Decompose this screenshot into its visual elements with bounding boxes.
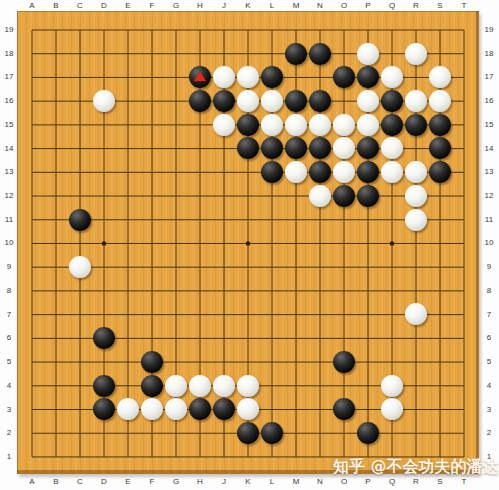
coord-label-left-10: 10 <box>5 239 14 247</box>
coord-label-bottom-E: E <box>125 478 130 486</box>
coord-label-right-5: 5 <box>487 358 491 366</box>
coord-label-top-K: K <box>245 2 250 10</box>
coord-label-right-15: 15 <box>485 121 494 129</box>
black-stone-N18[interactable] <box>309 43 331 65</box>
coord-label-right-19: 19 <box>485 26 494 34</box>
black-stone-H3[interactable] <box>189 398 211 420</box>
last-move-marker-triangle <box>194 71 207 81</box>
black-stone-Q15[interactable] <box>381 114 403 136</box>
black-stone-P12[interactable] <box>357 185 379 207</box>
coord-label-top-J: J <box>222 2 226 10</box>
coord-label-left-13: 13 <box>5 168 14 176</box>
white-stone-C9[interactable] <box>69 256 91 278</box>
coord-label-left-4: 4 <box>7 382 11 390</box>
coord-label-top-B: B <box>53 2 58 10</box>
white-stone-Q13[interactable] <box>381 161 403 183</box>
black-stone-J16[interactable] <box>213 90 235 112</box>
coord-label-right-2: 2 <box>487 429 491 437</box>
coord-label-top-G: G <box>173 2 179 10</box>
coord-label-bottom-T: T <box>462 478 467 486</box>
black-stone-L13[interactable] <box>261 161 283 183</box>
white-stone-E3[interactable] <box>117 398 139 420</box>
coord-label-left-2: 2 <box>7 429 11 437</box>
coord-label-bottom-G: G <box>173 478 179 486</box>
coord-label-bottom-M: M <box>293 478 300 486</box>
coord-label-left-6: 6 <box>7 334 11 342</box>
white-stone-K16[interactable] <box>237 90 259 112</box>
coord-label-left-1: 1 <box>7 453 11 461</box>
white-stone-R11[interactable] <box>405 209 427 231</box>
coord-label-right-18: 18 <box>485 50 494 58</box>
white-stone-G4[interactable] <box>165 375 187 397</box>
coord-label-right-4: 4 <box>487 382 491 390</box>
black-stone-K14[interactable] <box>237 137 259 159</box>
white-stone-J17[interactable] <box>213 66 235 88</box>
black-stone-S14[interactable] <box>429 137 451 159</box>
coord-label-right-10: 10 <box>485 239 494 247</box>
black-stone-D4[interactable] <box>93 375 115 397</box>
white-stone-N12[interactable] <box>309 185 331 207</box>
coord-label-right-8: 8 <box>487 287 491 295</box>
coord-label-top-H: H <box>197 2 203 10</box>
coord-label-bottom-C: C <box>77 478 83 486</box>
black-stone-J3[interactable] <box>213 398 235 420</box>
black-stone-O17[interactable] <box>333 66 355 88</box>
go-diagram-screenshot: AABBCCDDEEFFGGHHJJKKLLMMNNOOPPQQRRSSTT19… <box>0 0 499 490</box>
coord-label-right-3: 3 <box>487 406 491 414</box>
coord-label-bottom-N: N <box>317 478 323 486</box>
white-stone-H4[interactable] <box>189 375 211 397</box>
coord-label-bottom-J: J <box>222 478 226 486</box>
coord-label-bottom-A: A <box>29 478 34 486</box>
black-stone-N14[interactable] <box>309 137 331 159</box>
coord-label-top-C: C <box>77 2 83 10</box>
white-stone-R16[interactable] <box>405 90 427 112</box>
stones-layer <box>20 18 476 469</box>
black-stone-H17[interactable] <box>189 66 211 88</box>
coord-label-left-12: 12 <box>5 192 14 200</box>
black-stone-F5[interactable] <box>141 351 163 373</box>
black-stone-P13[interactable] <box>357 161 379 183</box>
go-board[interactable] <box>17 11 479 474</box>
black-stone-L14[interactable] <box>261 137 283 159</box>
coord-label-right-6: 6 <box>487 334 491 342</box>
white-stone-R12[interactable] <box>405 185 427 207</box>
coord-label-left-8: 8 <box>7 287 11 295</box>
white-stone-K17[interactable] <box>237 66 259 88</box>
black-stone-P17[interactable] <box>357 66 379 88</box>
coord-label-bottom-L: L <box>270 478 274 486</box>
white-stone-O15[interactable] <box>333 114 355 136</box>
black-stone-D3[interactable] <box>93 398 115 420</box>
coord-label-left-5: 5 <box>7 358 11 366</box>
coord-label-left-19: 19 <box>5 26 14 34</box>
coord-label-top-L: L <box>270 2 274 10</box>
coord-label-top-T: T <box>462 2 467 10</box>
coord-label-left-16: 16 <box>5 97 14 105</box>
white-stone-G3[interactable] <box>165 398 187 420</box>
black-stone-Q16[interactable] <box>381 90 403 112</box>
coord-label-top-M: M <box>293 2 300 10</box>
black-stone-M14[interactable] <box>285 137 307 159</box>
coord-label-top-O: O <box>341 2 347 10</box>
black-stone-O12[interactable] <box>333 185 355 207</box>
coord-label-left-3: 3 <box>7 406 11 414</box>
coord-label-top-F: F <box>150 2 155 10</box>
coord-label-bottom-H: H <box>197 478 203 486</box>
coord-label-right-12: 12 <box>485 192 494 200</box>
coord-label-right-16: 16 <box>485 97 494 105</box>
white-stone-P16[interactable] <box>357 90 379 112</box>
black-stone-D6[interactable] <box>93 327 115 349</box>
coord-label-right-13: 13 <box>485 168 494 176</box>
white-stone-F3[interactable] <box>141 398 163 420</box>
black-stone-M18[interactable] <box>285 43 307 65</box>
white-stone-L16[interactable] <box>261 90 283 112</box>
white-stone-O13[interactable] <box>333 161 355 183</box>
black-stone-F4[interactable] <box>141 375 163 397</box>
white-stone-R7[interactable] <box>405 303 427 325</box>
black-stone-P2[interactable] <box>357 422 379 444</box>
coord-label-bottom-O: O <box>341 478 347 486</box>
watermark: 知乎 @不会功夫的潘达 <box>333 457 499 478</box>
black-stone-S13[interactable] <box>429 161 451 183</box>
black-stone-P14[interactable] <box>357 137 379 159</box>
coord-label-left-7: 7 <box>7 311 11 319</box>
black-stone-H16[interactable] <box>189 90 211 112</box>
coord-label-bottom-R: R <box>413 478 419 486</box>
coord-label-bottom-K: K <box>245 478 250 486</box>
white-stone-P18[interactable] <box>357 43 379 65</box>
white-stone-S17[interactable] <box>429 66 451 88</box>
white-stone-Q17[interactable] <box>381 66 403 88</box>
coord-label-left-11: 11 <box>5 216 13 224</box>
white-stone-S16[interactable] <box>429 90 451 112</box>
coord-label-bottom-P: P <box>365 478 370 486</box>
white-stone-M13[interactable] <box>285 161 307 183</box>
white-stone-J15[interactable] <box>213 114 235 136</box>
coord-label-top-Q: Q <box>389 2 395 10</box>
black-stone-M16[interactable] <box>285 90 307 112</box>
coord-label-top-D: D <box>101 2 107 10</box>
black-stone-L17[interactable] <box>261 66 283 88</box>
coord-label-right-14: 14 <box>485 145 494 153</box>
white-stone-Q3[interactable] <box>381 398 403 420</box>
coord-label-bottom-D: D <box>101 478 107 486</box>
white-stone-K3[interactable] <box>237 398 259 420</box>
white-stone-O14[interactable] <box>333 137 355 159</box>
black-stone-N13[interactable] <box>309 161 331 183</box>
black-stone-L2[interactable] <box>261 422 283 444</box>
white-stone-R18[interactable] <box>405 43 427 65</box>
coord-label-bottom-Q: Q <box>389 478 395 486</box>
coord-label-top-A: A <box>29 2 34 10</box>
white-stone-L15[interactable] <box>261 114 283 136</box>
coord-label-left-9: 9 <box>7 263 11 271</box>
black-stone-K2[interactable] <box>237 422 259 444</box>
coord-label-bottom-F: F <box>150 478 155 486</box>
black-stone-K15[interactable] <box>237 114 259 136</box>
black-stone-O3[interactable] <box>333 398 355 420</box>
coord-label-left-17: 17 <box>5 73 14 81</box>
coord-label-left-18: 18 <box>5 50 14 58</box>
white-stone-N15[interactable] <box>309 114 331 136</box>
coord-label-top-R: R <box>413 2 419 10</box>
white-stone-P15[interactable] <box>357 114 379 136</box>
white-stone-J4[interactable] <box>213 375 235 397</box>
black-stone-O5[interactable] <box>333 351 355 373</box>
coord-label-right-7: 7 <box>487 311 491 319</box>
black-stone-S15[interactable] <box>429 114 451 136</box>
coord-label-top-N: N <box>317 2 323 10</box>
coord-label-bottom-S: S <box>437 478 442 486</box>
coord-label-left-14: 14 <box>5 145 14 153</box>
white-stone-K4[interactable] <box>237 375 259 397</box>
coord-label-right-11: 11 <box>485 216 493 224</box>
black-stone-N16[interactable] <box>309 90 331 112</box>
coord-label-right-17: 17 <box>485 73 494 81</box>
coord-label-left-15: 15 <box>5 121 14 129</box>
coord-label-top-S: S <box>437 2 442 10</box>
white-stone-M15[interactable] <box>285 114 307 136</box>
coord-label-top-P: P <box>365 2 370 10</box>
coord-label-top-E: E <box>125 2 130 10</box>
black-stone-C11[interactable] <box>69 209 91 231</box>
coord-label-bottom-B: B <box>53 478 58 486</box>
coord-label-right-9: 9 <box>487 263 491 271</box>
white-stone-R13[interactable] <box>405 161 427 183</box>
white-stone-Q14[interactable] <box>381 137 403 159</box>
white-stone-D16[interactable] <box>93 90 115 112</box>
black-stone-R15[interactable] <box>405 114 427 136</box>
white-stone-Q4[interactable] <box>381 375 403 397</box>
